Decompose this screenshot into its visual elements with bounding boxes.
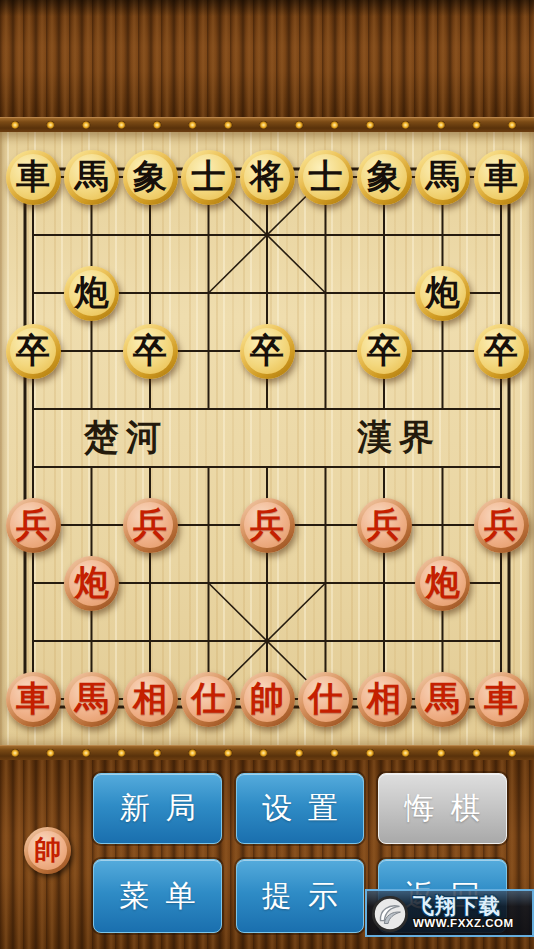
- piece-glyph: 兵: [367, 508, 401, 542]
- piece-兵-red[interactable]: 兵: [123, 498, 178, 553]
- piece-帥-red[interactable]: 帥: [240, 672, 295, 727]
- piece-炮-black[interactable]: 炮: [415, 266, 470, 321]
- piece-glyph: 卒: [250, 334, 284, 368]
- piece-馬-black[interactable]: 馬: [415, 150, 470, 205]
- pieces-layer: 車馬象士将士象馬車炮炮卒卒卒卒卒兵兵兵兵兵炮炮車馬相仕帥仕相馬車: [4, 148, 531, 728]
- xiangqi-board[interactable]: 楚河 漢界 車馬象士将士象馬車炮炮卒卒卒卒卒兵兵兵兵兵炮炮車馬相仕帥仕相馬車: [0, 132, 534, 745]
- undo-button[interactable]: 悔棋: [378, 773, 507, 844]
- piece-glyph: 兵: [16, 508, 50, 542]
- settings-button[interactable]: 设置: [236, 773, 364, 844]
- bottom-rivet-strip: [0, 745, 534, 760]
- piece-glyph: 車: [484, 682, 518, 716]
- piece-車-black[interactable]: 車: [6, 150, 61, 205]
- piece-士-black[interactable]: 士: [181, 150, 236, 205]
- piece-卒-black[interactable]: 卒: [357, 324, 412, 379]
- piece-glyph: 相: [367, 682, 401, 716]
- fxxz-logo-icon: [371, 895, 409, 933]
- turn-indicator-red-general: 帥: [24, 827, 71, 874]
- piece-卒-black[interactable]: 卒: [474, 324, 529, 379]
- piece-仕-red[interactable]: 仕: [181, 672, 236, 727]
- piece-glyph: 士: [192, 160, 226, 194]
- piece-卒-black[interactable]: 卒: [123, 324, 178, 379]
- watermark-title: 飞翔下载: [413, 895, 532, 917]
- piece-glyph: 車: [484, 160, 518, 194]
- top-wood-frame: [0, 0, 534, 117]
- piece-glyph: 炮: [426, 276, 460, 310]
- hint-button[interactable]: 提示: [236, 859, 364, 933]
- piece-兵-red[interactable]: 兵: [240, 498, 295, 553]
- piece-卒-black[interactable]: 卒: [240, 324, 295, 379]
- piece-兵-red[interactable]: 兵: [357, 498, 412, 553]
- piece-卒-black[interactable]: 卒: [6, 324, 61, 379]
- piece-glyph: 卒: [484, 334, 518, 368]
- piece-glyph: 炮: [75, 276, 109, 310]
- piece-glyph: 士: [309, 160, 343, 194]
- piece-相-red[interactable]: 相: [123, 672, 178, 727]
- piece-馬-red[interactable]: 馬: [415, 672, 470, 727]
- piece-仕-red[interactable]: 仕: [298, 672, 353, 727]
- piece-象-black[interactable]: 象: [123, 150, 178, 205]
- piece-glyph: 兵: [250, 508, 284, 542]
- piece-炮-red[interactable]: 炮: [415, 556, 470, 611]
- piece-glyph: 相: [133, 682, 167, 716]
- piece-glyph: 炮: [426, 566, 460, 600]
- top-rivet-strip: [0, 117, 534, 132]
- piece-glyph: 馬: [75, 160, 109, 194]
- piece-車-black[interactable]: 車: [474, 150, 529, 205]
- menu-button[interactable]: 菜单: [93, 859, 222, 933]
- piece-glyph: 兵: [133, 508, 167, 542]
- piece-炮-red[interactable]: 炮: [64, 556, 119, 611]
- piece-glyph: 兵: [484, 508, 518, 542]
- piece-glyph: 馬: [426, 682, 460, 716]
- piece-炮-black[interactable]: 炮: [64, 266, 119, 321]
- watermark-url: WWW.FXXZ.COM: [413, 917, 532, 931]
- turn-indicator-glyph: 帥: [34, 837, 61, 864]
- piece-glyph: 仕: [309, 682, 343, 716]
- piece-glyph: 馬: [426, 160, 460, 194]
- piece-glyph: 象: [133, 160, 167, 194]
- piece-glyph: 車: [16, 160, 50, 194]
- piece-glyph: 卒: [367, 334, 401, 368]
- piece-車-red[interactable]: 車: [6, 672, 61, 727]
- piece-glyph: 仕: [192, 682, 226, 716]
- piece-glyph: 炮: [75, 566, 109, 600]
- piece-glyph: 卒: [133, 334, 167, 368]
- piece-glyph: 象: [367, 160, 401, 194]
- piece-士-black[interactable]: 士: [298, 150, 353, 205]
- piece-相-red[interactable]: 相: [357, 672, 412, 727]
- xiangqi-app: 楚河 漢界 車馬象士将士象馬車炮炮卒卒卒卒卒兵兵兵兵兵炮炮車馬相仕帥仕相馬車 帥…: [0, 0, 534, 949]
- piece-glyph: 馬: [75, 682, 109, 716]
- piece-馬-red[interactable]: 馬: [64, 672, 119, 727]
- piece-兵-red[interactable]: 兵: [474, 498, 529, 553]
- piece-glyph: 車: [16, 682, 50, 716]
- piece-glyph: 卒: [16, 334, 50, 368]
- piece-象-black[interactable]: 象: [357, 150, 412, 205]
- new-game-button[interactable]: 新局: [93, 773, 222, 844]
- piece-兵-red[interactable]: 兵: [6, 498, 61, 553]
- fxxz-watermark: 飞翔下载 WWW.FXXZ.COM: [365, 889, 534, 937]
- piece-glyph: 将: [250, 160, 284, 194]
- piece-glyph: 帥: [250, 682, 284, 716]
- piece-将-black[interactable]: 将: [240, 150, 295, 205]
- piece-車-red[interactable]: 車: [474, 672, 529, 727]
- piece-馬-black[interactable]: 馬: [64, 150, 119, 205]
